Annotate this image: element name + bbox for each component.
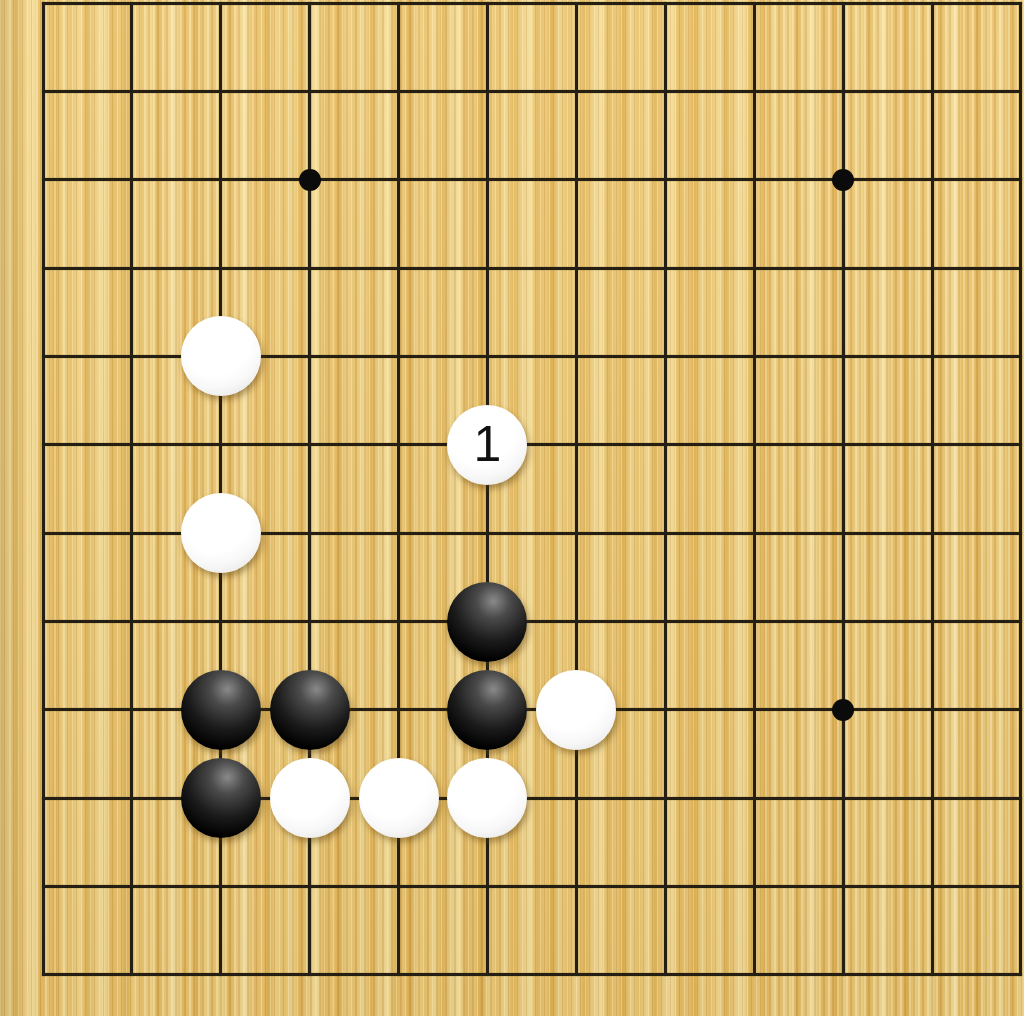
go-board-screenshot: 1 [0, 0, 1024, 1016]
stone-white[interactable] [359, 758, 439, 838]
stone-black[interactable] [270, 670, 350, 750]
stone-move-number: 1 [474, 419, 502, 469]
stone-black[interactable] [447, 670, 527, 750]
stone-white[interactable] [181, 493, 261, 573]
stone-white[interactable] [270, 758, 350, 838]
star-point [832, 169, 854, 191]
stone-black[interactable] [181, 758, 261, 838]
stone-white[interactable]: 1 [447, 405, 527, 485]
go-board[interactable]: 1 [0, 0, 1024, 1016]
stone-white[interactable] [536, 670, 616, 750]
stone-black[interactable] [181, 670, 261, 750]
star-point [299, 169, 321, 191]
stone-white[interactable] [181, 316, 261, 396]
stone-black[interactable] [447, 582, 527, 662]
star-point [832, 699, 854, 721]
stone-white[interactable] [447, 758, 527, 838]
